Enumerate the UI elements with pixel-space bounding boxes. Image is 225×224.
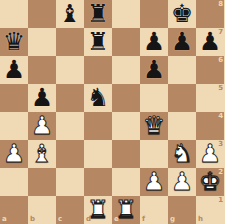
piece-white-pawn[interactable]: ♟ bbox=[199, 140, 221, 168]
square-b1[interactable]: b bbox=[28, 196, 56, 224]
square-h4[interactable]: 4 bbox=[196, 112, 224, 140]
square-d5[interactable]: ♞ bbox=[84, 84, 112, 112]
square-f6[interactable]: ♟ bbox=[140, 56, 168, 84]
piece-black-pawn[interactable]: ♟ bbox=[143, 28, 165, 56]
piece-black-pawn[interactable]: ♟ bbox=[199, 28, 221, 56]
square-g3[interactable]: ♞ bbox=[168, 140, 196, 168]
piece-black-pawn[interactable]: ♟ bbox=[171, 28, 193, 56]
square-c6[interactable] bbox=[56, 56, 84, 84]
piece-black-king[interactable]: ♚ bbox=[171, 0, 193, 28]
file-label-f: f bbox=[142, 216, 145, 223]
piece-black-rook[interactable]: ♜ bbox=[87, 0, 109, 28]
square-a1[interactable]: a bbox=[0, 196, 28, 224]
square-e3[interactable] bbox=[112, 140, 140, 168]
file-label-h: h bbox=[198, 216, 203, 223]
square-e4[interactable] bbox=[112, 112, 140, 140]
piece-black-bishop[interactable]: ♝ bbox=[59, 0, 81, 28]
square-e2[interactable] bbox=[112, 168, 140, 196]
square-f3[interactable] bbox=[140, 140, 168, 168]
square-f5[interactable] bbox=[140, 84, 168, 112]
file-label-c: c bbox=[58, 216, 62, 223]
piece-white-knight[interactable]: ♞ bbox=[171, 140, 193, 168]
piece-white-rook[interactable]: ♜ bbox=[115, 196, 137, 224]
square-f2[interactable]: ♟ bbox=[140, 168, 168, 196]
square-d3[interactable] bbox=[84, 140, 112, 168]
square-g2[interactable]: ♟ bbox=[168, 168, 196, 196]
square-b2[interactable] bbox=[28, 168, 56, 196]
file-label-a: a bbox=[2, 216, 7, 223]
square-f1[interactable]: f bbox=[140, 196, 168, 224]
square-d1[interactable]: d♜ bbox=[84, 196, 112, 224]
rank-label-1: 1 bbox=[218, 197, 223, 204]
piece-white-pawn[interactable]: ♟ bbox=[31, 112, 53, 140]
square-c4[interactable] bbox=[56, 112, 84, 140]
square-g7[interactable]: ♟ bbox=[168, 28, 196, 56]
square-c8[interactable]: ♝ bbox=[56, 0, 84, 28]
square-a3[interactable]: ♟ bbox=[0, 140, 28, 168]
square-h8[interactable]: 8 bbox=[196, 0, 224, 28]
square-e6[interactable] bbox=[112, 56, 140, 84]
square-b6[interactable] bbox=[28, 56, 56, 84]
square-a7[interactable]: ♛ bbox=[0, 28, 28, 56]
square-c3[interactable] bbox=[56, 140, 84, 168]
square-h5[interactable]: 5 bbox=[196, 84, 224, 112]
chess-board: ♝♜♚8♛♜♟♟7♟♟♟6♟♞5♟♛4♟♝♞3♟♟♟2♚abcd♜e♜fg1h bbox=[0, 0, 224, 224]
piece-black-rook[interactable]: ♜ bbox=[87, 28, 109, 56]
piece-black-pawn[interactable]: ♟ bbox=[143, 56, 165, 84]
square-g6[interactable] bbox=[168, 56, 196, 84]
piece-black-pawn[interactable]: ♟ bbox=[31, 84, 53, 112]
piece-white-queen[interactable]: ♛ bbox=[143, 112, 165, 140]
square-c7[interactable] bbox=[56, 28, 84, 56]
rank-label-8: 8 bbox=[218, 1, 223, 8]
square-c5[interactable] bbox=[56, 84, 84, 112]
piece-black-knight[interactable]: ♞ bbox=[87, 84, 109, 112]
square-d6[interactable] bbox=[84, 56, 112, 84]
square-c1[interactable]: c bbox=[56, 196, 84, 224]
square-d8[interactable]: ♜ bbox=[84, 0, 112, 28]
piece-black-queen[interactable]: ♛ bbox=[3, 28, 25, 56]
piece-white-rook[interactable]: ♜ bbox=[87, 196, 109, 224]
square-b3[interactable]: ♝ bbox=[28, 140, 56, 168]
piece-white-pawn[interactable]: ♟ bbox=[143, 168, 165, 196]
square-g4[interactable] bbox=[168, 112, 196, 140]
square-h3[interactable]: 3♟ bbox=[196, 140, 224, 168]
square-f7[interactable]: ♟ bbox=[140, 28, 168, 56]
square-h1[interactable]: 1h bbox=[196, 196, 224, 224]
square-a5[interactable] bbox=[0, 84, 28, 112]
square-f4[interactable]: ♛ bbox=[140, 112, 168, 140]
square-a4[interactable] bbox=[0, 112, 28, 140]
square-c2[interactable] bbox=[56, 168, 84, 196]
square-b4[interactable]: ♟ bbox=[28, 112, 56, 140]
rank-label-5: 5 bbox=[218, 85, 223, 92]
square-e5[interactable] bbox=[112, 84, 140, 112]
square-h2[interactable]: 2♚ bbox=[196, 168, 224, 196]
square-g5[interactable] bbox=[168, 84, 196, 112]
square-b8[interactable] bbox=[28, 0, 56, 28]
square-e8[interactable] bbox=[112, 0, 140, 28]
square-d7[interactable]: ♜ bbox=[84, 28, 112, 56]
piece-white-bishop[interactable]: ♝ bbox=[31, 140, 53, 168]
piece-black-pawn[interactable]: ♟ bbox=[3, 56, 25, 84]
square-d2[interactable] bbox=[84, 168, 112, 196]
square-a2[interactable] bbox=[0, 168, 28, 196]
piece-white-pawn[interactable]: ♟ bbox=[3, 140, 25, 168]
square-h6[interactable]: 6 bbox=[196, 56, 224, 84]
square-g1[interactable]: g bbox=[168, 196, 196, 224]
file-label-b: b bbox=[30, 216, 35, 223]
file-label-g: g bbox=[170, 216, 175, 223]
square-h7[interactable]: 7♟ bbox=[196, 28, 224, 56]
square-e1[interactable]: e♜ bbox=[112, 196, 140, 224]
square-a8[interactable] bbox=[0, 0, 28, 28]
square-b7[interactable] bbox=[28, 28, 56, 56]
rank-label-6: 6 bbox=[218, 57, 223, 64]
square-e7[interactable] bbox=[112, 28, 140, 56]
square-f8[interactable] bbox=[140, 0, 168, 28]
square-b5[interactable]: ♟ bbox=[28, 84, 56, 112]
square-g8[interactable]: ♚ bbox=[168, 0, 196, 28]
square-d4[interactable] bbox=[84, 112, 112, 140]
rank-label-4: 4 bbox=[218, 113, 223, 120]
piece-white-pawn[interactable]: ♟ bbox=[171, 168, 193, 196]
square-a6[interactable]: ♟ bbox=[0, 56, 28, 84]
piece-white-king[interactable]: ♚ bbox=[199, 168, 221, 196]
